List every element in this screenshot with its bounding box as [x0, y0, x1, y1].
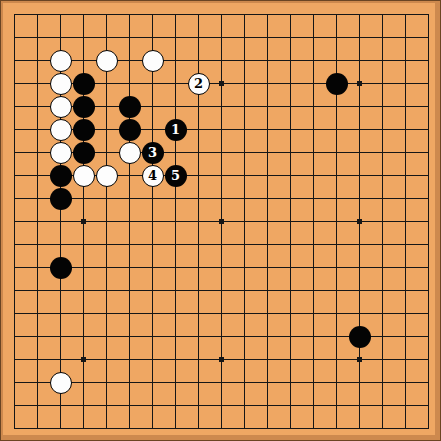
- grid-line-vertical: [382, 14, 383, 429]
- star-point: [357, 81, 362, 86]
- white-stone: [50, 73, 72, 95]
- star-point: [357, 357, 362, 362]
- grid-line-vertical: [290, 14, 291, 429]
- grid-line-horizontal: [14, 267, 429, 268]
- move-number-label: 5: [171, 169, 180, 182]
- grid-line-horizontal: [14, 382, 429, 383]
- move-number-label: 1: [171, 123, 180, 136]
- black-stone: [50, 165, 72, 187]
- grid-line-vertical: [244, 14, 245, 429]
- grid-line-horizontal: [14, 244, 429, 245]
- white-stone: [96, 50, 118, 72]
- white-stone: [50, 372, 72, 394]
- move-4-white-stone: 4: [142, 165, 164, 187]
- white-stone: [50, 119, 72, 141]
- black-stone: [73, 119, 95, 141]
- black-stone: [349, 326, 371, 348]
- black-stone: [119, 96, 141, 118]
- star-point: [357, 219, 362, 224]
- grid-line-horizontal: [14, 405, 429, 406]
- white-stone: [50, 96, 72, 118]
- goban: 21345: [0, 0, 441, 441]
- grid-line-vertical: [313, 14, 314, 429]
- move-5-black-stone: 5: [165, 165, 187, 187]
- star-point: [219, 81, 224, 86]
- star-point: [219, 357, 224, 362]
- grid-line-horizontal: [14, 290, 429, 291]
- move-number-label: 2: [194, 77, 203, 90]
- white-stone: [73, 165, 95, 187]
- grid-line-vertical: [428, 14, 429, 429]
- white-stone: [119, 142, 141, 164]
- move-3-black-stone: 3: [142, 142, 164, 164]
- white-stone: [96, 165, 118, 187]
- black-stone: [119, 119, 141, 141]
- white-stone: [142, 50, 164, 72]
- black-stone: [73, 142, 95, 164]
- black-stone: [50, 257, 72, 279]
- black-stone: [326, 73, 348, 95]
- white-stone: [50, 50, 72, 72]
- grid-line-horizontal: [14, 428, 429, 429]
- move-1-black-stone: 1: [165, 119, 187, 141]
- grid-line-horizontal: [14, 313, 429, 314]
- star-point: [219, 219, 224, 224]
- black-stone: [73, 96, 95, 118]
- star-point: [81, 219, 86, 224]
- grid-line-vertical: [267, 14, 268, 429]
- black-stone: [73, 73, 95, 95]
- move-2-white-stone: 2: [188, 73, 210, 95]
- grid-line-vertical: [405, 14, 406, 429]
- white-stone: [50, 142, 72, 164]
- move-number-label: 3: [148, 146, 157, 159]
- black-stone: [50, 188, 72, 210]
- move-number-label: 4: [148, 169, 157, 182]
- star-point: [81, 357, 86, 362]
